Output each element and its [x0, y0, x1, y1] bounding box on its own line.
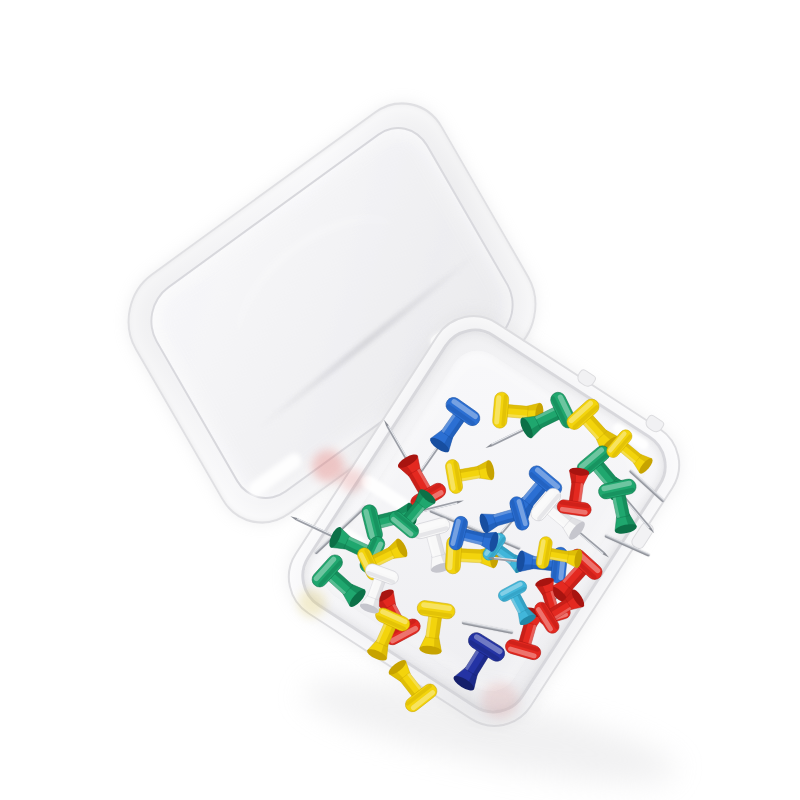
push-pins-pile	[0, 0, 800, 800]
product-photo-canvas	[0, 0, 800, 800]
